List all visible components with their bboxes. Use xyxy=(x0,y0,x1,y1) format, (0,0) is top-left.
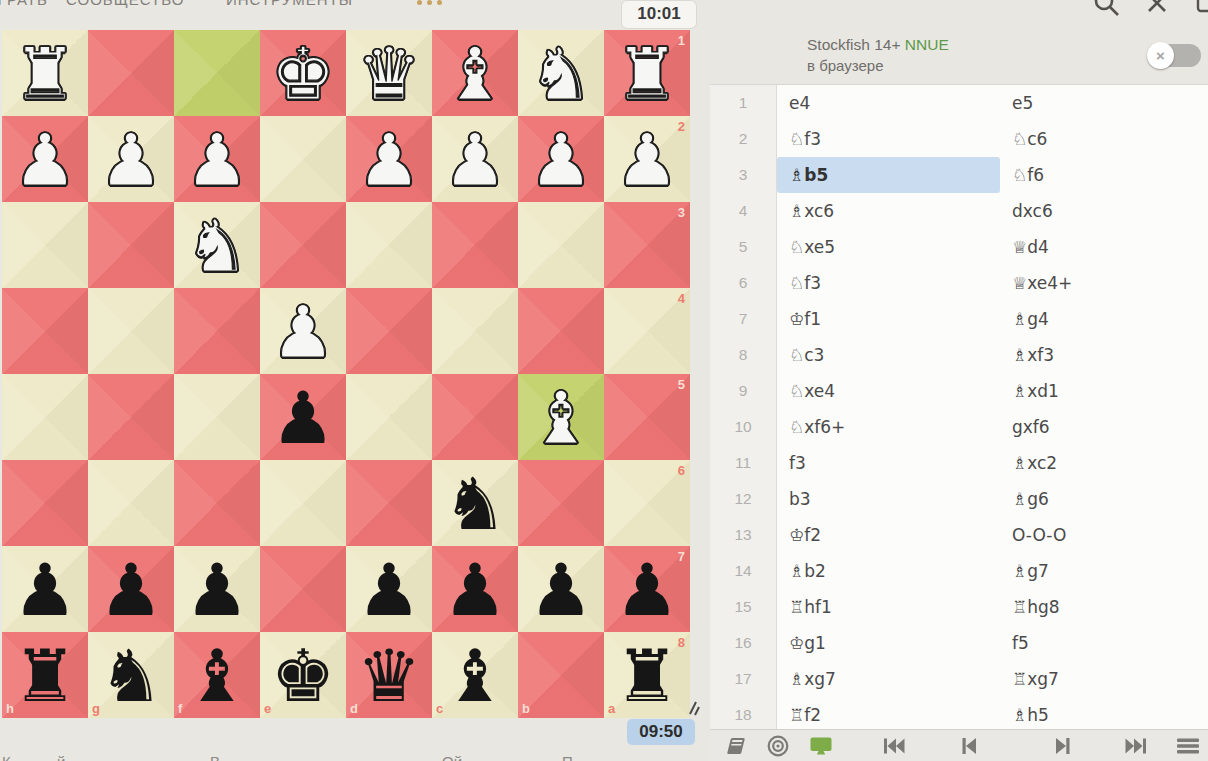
cutoff-text: Ой xyxy=(442,753,462,761)
move-number: 18 xyxy=(710,697,777,729)
black-move-2[interactable]: ♘c6 xyxy=(1000,121,1208,157)
square-a4[interactable]: 4 xyxy=(604,288,690,374)
square-h8[interactable]: ♜h xyxy=(2,632,88,718)
move-number: 6 xyxy=(710,265,777,301)
black-move-10[interactable]: gxf6 xyxy=(1000,409,1208,445)
black-pawn: ♟ xyxy=(88,546,174,632)
player-clock: 09:50 xyxy=(627,719,695,745)
black-pawn: ♟ xyxy=(174,546,260,632)
menu-item-community[interactable]: СООБЩЕСТВО xyxy=(66,0,184,8)
black-move-17[interactable]: ♖xg7 xyxy=(1000,661,1208,697)
square-g7[interactable]: ♟ xyxy=(88,546,174,632)
black-knight: ♞ xyxy=(432,460,518,546)
next-move-icon[interactable] xyxy=(1051,734,1075,758)
black-move-7[interactable]: ♗g4 xyxy=(1000,301,1208,337)
square-b5[interactable]: ♝ xyxy=(518,374,604,460)
square-d8[interactable]: ♛d xyxy=(346,632,432,718)
white-move-15[interactable]: ♖hf1 xyxy=(777,589,1000,625)
square-f1[interactable] xyxy=(174,30,260,116)
square-c4[interactable] xyxy=(432,288,518,374)
square-e4[interactable]: ♟ xyxy=(260,288,346,374)
white-pawn: ♟ xyxy=(346,116,432,202)
square-g5[interactable] xyxy=(88,374,174,460)
square-b8[interactable]: b xyxy=(518,632,604,718)
square-d5[interactable] xyxy=(346,374,432,460)
square-h5[interactable] xyxy=(2,374,88,460)
move-number: 2 xyxy=(710,121,777,157)
white-knight: ♞ xyxy=(518,30,604,116)
black-queen: ♛ xyxy=(346,632,432,718)
cutoff-text: В xyxy=(210,753,220,761)
black-pawn: ♟ xyxy=(518,546,604,632)
book-icon[interactable] xyxy=(723,734,747,758)
white-move-4[interactable]: ♗xc6 xyxy=(777,193,1000,229)
target-icon[interactable] xyxy=(766,734,790,758)
file-label-b: b xyxy=(522,701,530,716)
white-move-2[interactable]: ♘f3 xyxy=(777,121,1000,157)
square-c1[interactable]: ♝ xyxy=(432,30,518,116)
white-move-11[interactable]: f3 xyxy=(777,445,1000,481)
square-e8[interactable]: ♚e xyxy=(260,632,346,718)
square-f3[interactable]: ♞ xyxy=(174,202,260,288)
square-b7[interactable]: ♟ xyxy=(518,546,604,632)
square-g1[interactable] xyxy=(88,30,174,116)
square-c8[interactable]: ♝c xyxy=(432,632,518,718)
white-move-16[interactable]: ♔g1 xyxy=(777,625,1000,661)
file-label-e: e xyxy=(264,701,271,716)
rank-label-8: 8 xyxy=(678,635,685,650)
rank-label-6: 6 xyxy=(678,463,685,478)
square-b1[interactable]: ♞ xyxy=(518,30,604,116)
menu-icon[interactable] xyxy=(1176,734,1200,758)
square-h2[interactable]: ♟ xyxy=(2,116,88,202)
black-pawn: ♟ xyxy=(346,546,432,632)
file-label-a: a xyxy=(608,701,615,716)
white-move-14[interactable]: ♗b2 xyxy=(777,553,1000,589)
square-e3[interactable] xyxy=(260,202,346,288)
move-number: 8 xyxy=(710,337,777,373)
square-d4[interactable] xyxy=(346,288,432,374)
square-a5[interactable]: 5 xyxy=(604,374,690,460)
square-e2[interactable] xyxy=(260,116,346,202)
white-rook: ♜ xyxy=(2,30,88,116)
white-pawn: ♟ xyxy=(518,116,604,202)
engine-header: Stockfish 14+ NNUE в браузере xyxy=(710,28,1208,83)
square-g8[interactable]: ♞g xyxy=(88,632,174,718)
move-list: 1e4e52♘f3♘c63♗b5♘f64♗xc6dxc65♘xe5♕d46♘f3… xyxy=(710,84,1208,729)
square-c2[interactable]: ♟ xyxy=(432,116,518,202)
move-number: 17 xyxy=(710,661,777,697)
file-label-d: d xyxy=(350,701,358,716)
cutoff-text: П xyxy=(562,753,573,761)
square-h1[interactable]: ♜ xyxy=(2,30,88,116)
move-number: 15 xyxy=(710,589,777,625)
white-move-17[interactable]: ♗xg7 xyxy=(777,661,1000,697)
square-e7[interactable] xyxy=(260,546,346,632)
analysis-nav-bar xyxy=(710,729,1208,761)
black-move-9[interactable]: ♗xd1 xyxy=(1000,373,1208,409)
square-c5[interactable] xyxy=(432,374,518,460)
square-b4[interactable] xyxy=(518,288,604,374)
square-f4[interactable] xyxy=(174,288,260,374)
file-label-f: f xyxy=(178,701,182,716)
square-g3[interactable] xyxy=(88,202,174,288)
black-move-18[interactable]: ♗h5 xyxy=(1000,697,1208,729)
white-bishop: ♝ xyxy=(518,374,604,460)
square-g4[interactable] xyxy=(88,288,174,374)
black-move-3[interactable]: ♘f6 xyxy=(1000,157,1208,193)
white-pawn: ♟ xyxy=(260,288,346,374)
square-h7[interactable]: ♟ xyxy=(2,546,88,632)
move-number: 11 xyxy=(710,445,777,481)
window-icon[interactable] xyxy=(1196,0,1208,14)
rank-label-3: 3 xyxy=(678,205,685,220)
move-number: 7 xyxy=(710,301,777,337)
square-b6[interactable] xyxy=(518,460,604,546)
move-number: 4 xyxy=(710,193,777,229)
white-move-7[interactable]: ♔f1 xyxy=(777,301,1000,337)
square-a1[interactable]: ♜1 xyxy=(604,30,690,116)
prev-move-icon[interactable] xyxy=(957,734,981,758)
board-resize-handle[interactable] xyxy=(680,698,700,718)
square-d2[interactable]: ♟ xyxy=(346,116,432,202)
black-move-15[interactable]: ♖hg8 xyxy=(1000,589,1208,625)
black-move-1[interactable]: e5 xyxy=(1000,85,1208,121)
white-move-10[interactable]: ♘xf6+ xyxy=(777,409,1000,445)
close-icon[interactable] xyxy=(1146,0,1172,14)
square-e6[interactable] xyxy=(260,460,346,546)
black-pawn: ♟ xyxy=(432,546,518,632)
black-rook: ♜ xyxy=(2,632,88,718)
black-king: ♚ xyxy=(260,632,346,718)
black-move-5[interactable]: ♕d4 xyxy=(1000,229,1208,265)
square-d7[interactable]: ♟ xyxy=(346,546,432,632)
chess-board[interactable]: ♜♚♛♝♞♜1♟♟♟♟♟♟♟2♞3♟4♟♝5♞6♟♟♟♟♟♟♟7♜h♞g♝f♚e… xyxy=(2,30,690,718)
file-label-h: h xyxy=(6,701,14,716)
black-move-11[interactable]: ♗xc2 xyxy=(1000,445,1208,481)
move-number: 3 xyxy=(710,157,777,193)
square-a6[interactable]: 6 xyxy=(604,460,690,546)
white-bishop: ♝ xyxy=(432,30,518,116)
notification-dot xyxy=(437,0,442,5)
white-move-3[interactable]: ♗b5 xyxy=(777,157,1000,193)
move-number: 13 xyxy=(710,517,777,553)
toggle-knob-close-icon[interactable]: × xyxy=(1147,42,1174,69)
move-number: 5 xyxy=(710,229,777,265)
engine-toggle[interactable]: × xyxy=(1149,44,1201,67)
square-e1[interactable]: ♚ xyxy=(260,30,346,116)
move-number: 16 xyxy=(710,625,777,661)
white-move-13[interactable]: ♔f2 xyxy=(777,517,1000,553)
search-icon[interactable] xyxy=(1092,0,1126,17)
white-move-9[interactable]: ♘xe4 xyxy=(777,373,1000,409)
engine-nnue-badge: NNUE xyxy=(905,36,949,53)
engine-name: Stockfish 14+ NNUE xyxy=(807,36,949,54)
monitor-icon[interactable] xyxy=(809,734,833,758)
black-bishop: ♝ xyxy=(432,632,518,718)
black-move-13[interactable]: O-O-O xyxy=(1000,517,1208,553)
move-number: 9 xyxy=(710,373,777,409)
last-move-icon[interactable] xyxy=(1124,734,1148,758)
rank-label-5: 5 xyxy=(678,377,685,392)
square-c3[interactable] xyxy=(432,202,518,288)
move-number: 12 xyxy=(710,481,777,517)
white-move-18[interactable]: ♖f2 xyxy=(777,697,1000,729)
square-g2[interactable]: ♟ xyxy=(88,116,174,202)
menu-item-tools[interactable]: ИНСТРУМЕНТЫ xyxy=(226,0,353,8)
square-b2[interactable]: ♟ xyxy=(518,116,604,202)
square-f7[interactable]: ♟ xyxy=(174,546,260,632)
black-move-8[interactable]: ♗xf3 xyxy=(1000,337,1208,373)
black-move-16[interactable]: f5 xyxy=(1000,625,1208,661)
black-bishop: ♝ xyxy=(174,632,260,718)
white-pawn: ♟ xyxy=(2,116,88,202)
white-pawn: ♟ xyxy=(88,116,174,202)
square-h3[interactable] xyxy=(2,202,88,288)
square-d3[interactable] xyxy=(346,202,432,288)
rank-label-1: 1 xyxy=(678,33,685,48)
white-move-12[interactable]: b3 xyxy=(777,481,1000,517)
square-a7[interactable]: ♟7 xyxy=(604,546,690,632)
white-move-8[interactable]: ♘c3 xyxy=(777,337,1000,373)
cutoff-text: К xyxy=(2,753,11,761)
rank-label-2: 2 xyxy=(678,119,685,134)
square-f8[interactable]: ♝f xyxy=(174,632,260,718)
white-pawn: ♟ xyxy=(174,116,260,202)
rank-label-7: 7 xyxy=(678,549,685,564)
square-h6[interactable] xyxy=(2,460,88,546)
square-f5[interactable] xyxy=(174,374,260,460)
opponent-clock: 10:01 xyxy=(622,1,696,28)
square-c6[interactable]: ♞ xyxy=(432,460,518,546)
square-b3[interactable] xyxy=(518,202,604,288)
first-move-icon[interactable] xyxy=(882,734,906,758)
white-queen: ♛ xyxy=(346,30,432,116)
white-king: ♚ xyxy=(260,30,346,116)
file-label-g: g xyxy=(92,701,100,716)
square-d1[interactable]: ♛ xyxy=(346,30,432,116)
black-move-6[interactable]: ♕xe4+ xyxy=(1000,265,1208,301)
notification-dot xyxy=(427,0,432,5)
white-move-1[interactable]: e4 xyxy=(777,85,1000,121)
square-f2[interactable]: ♟ xyxy=(174,116,260,202)
file-label-c: c xyxy=(436,701,443,716)
move-number: 14 xyxy=(710,553,777,589)
move-number: 10 xyxy=(710,409,777,445)
white-move-6[interactable]: ♘f3 xyxy=(777,265,1000,301)
engine-subtitle: в браузере xyxy=(807,57,883,74)
square-a8[interactable]: ♜8a xyxy=(604,632,690,718)
menu-item-play[interactable]: ИГРАТЬ xyxy=(0,0,48,8)
square-d6[interactable] xyxy=(346,460,432,546)
black-move-4[interactable]: dxc6 xyxy=(1000,193,1208,229)
square-a2[interactable]: ♟2 xyxy=(604,116,690,202)
white-move-5[interactable]: ♘xe5 xyxy=(777,229,1000,265)
black-move-12[interactable]: ♗g6 xyxy=(1000,481,1208,517)
black-knight: ♞ xyxy=(88,632,174,718)
square-f6[interactable] xyxy=(174,460,260,546)
cutoff-text: й xyxy=(57,753,65,761)
black-pawn: ♟ xyxy=(2,546,88,632)
rank-label-4: 4 xyxy=(678,291,685,306)
white-knight: ♞ xyxy=(174,202,260,288)
notification-dot xyxy=(417,0,422,5)
square-h4[interactable] xyxy=(2,288,88,374)
square-g6[interactable] xyxy=(88,460,174,546)
square-c7[interactable]: ♟ xyxy=(432,546,518,632)
black-pawn: ♟ xyxy=(260,374,346,460)
move-number: 1 xyxy=(710,85,777,121)
black-move-14[interactable]: ♗g7 xyxy=(1000,553,1208,589)
square-a3[interactable]: 3 xyxy=(604,202,690,288)
square-e5[interactable]: ♟ xyxy=(260,374,346,460)
white-pawn: ♟ xyxy=(432,116,518,202)
